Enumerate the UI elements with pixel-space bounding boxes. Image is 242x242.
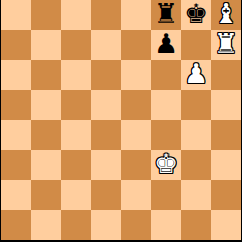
chess-board: ♜♚♝♟♜♟♚ xyxy=(1,0,241,240)
white-king-f3[interactable]: ♚ xyxy=(154,150,178,179)
square-f2[interactable] xyxy=(151,180,181,210)
square-e3[interactable] xyxy=(121,150,151,180)
square-d6[interactable] xyxy=(91,60,121,90)
square-d1[interactable] xyxy=(91,210,121,240)
square-b3[interactable] xyxy=(31,150,61,180)
square-b1[interactable] xyxy=(31,210,61,240)
square-b7[interactable] xyxy=(31,30,61,60)
square-h4[interactable] xyxy=(211,120,241,150)
square-c7[interactable] xyxy=(61,30,91,60)
square-h5[interactable] xyxy=(211,90,241,120)
square-g2[interactable] xyxy=(181,180,211,210)
square-g6[interactable]: ♟ xyxy=(181,60,211,90)
square-f1[interactable] xyxy=(151,210,181,240)
square-h2[interactable] xyxy=(211,180,241,210)
square-d7[interactable] xyxy=(91,30,121,60)
square-f8[interactable]: ♜ xyxy=(151,0,181,30)
square-e2[interactable] xyxy=(121,180,151,210)
square-e8[interactable] xyxy=(121,0,151,30)
square-g1[interactable] xyxy=(181,210,211,240)
white-bishop-h8[interactable]: ♝ xyxy=(214,0,238,29)
square-b2[interactable] xyxy=(31,180,61,210)
square-c5[interactable] xyxy=(61,90,91,120)
square-b6[interactable] xyxy=(31,60,61,90)
square-a1[interactable] xyxy=(1,210,31,240)
square-a8[interactable] xyxy=(1,0,31,30)
square-e5[interactable] xyxy=(121,90,151,120)
square-c6[interactable] xyxy=(61,60,91,90)
square-a6[interactable] xyxy=(1,60,31,90)
square-d5[interactable] xyxy=(91,90,121,120)
square-g5[interactable] xyxy=(181,90,211,120)
square-f7[interactable]: ♟ xyxy=(151,30,181,60)
square-h7[interactable]: ♜ xyxy=(211,30,241,60)
square-c8[interactable] xyxy=(61,0,91,30)
square-a2[interactable] xyxy=(1,180,31,210)
black-king-g8[interactable]: ♚ xyxy=(184,0,208,29)
square-c2[interactable] xyxy=(61,180,91,210)
square-c3[interactable] xyxy=(61,150,91,180)
square-e1[interactable] xyxy=(121,210,151,240)
square-h6[interactable] xyxy=(211,60,241,90)
black-pawn-f7[interactable]: ♟ xyxy=(154,30,178,59)
square-h3[interactable] xyxy=(211,150,241,180)
square-f3[interactable]: ♚ xyxy=(151,150,181,180)
black-rook-f8[interactable]: ♜ xyxy=(154,0,178,29)
square-d4[interactable] xyxy=(91,120,121,150)
square-c4[interactable] xyxy=(61,120,91,150)
white-pawn-g6[interactable]: ♟ xyxy=(184,60,208,89)
square-a7[interactable] xyxy=(1,30,31,60)
square-h8[interactable]: ♝ xyxy=(211,0,241,30)
square-a5[interactable] xyxy=(1,90,31,120)
square-e7[interactable] xyxy=(121,30,151,60)
square-h1[interactable] xyxy=(211,210,241,240)
square-g7[interactable] xyxy=(181,30,211,60)
square-e4[interactable] xyxy=(121,120,151,150)
square-g3[interactable] xyxy=(181,150,211,180)
square-f4[interactable] xyxy=(151,120,181,150)
square-c1[interactable] xyxy=(61,210,91,240)
white-rook-h7[interactable]: ♜ xyxy=(214,30,238,59)
square-d2[interactable] xyxy=(91,180,121,210)
square-b4[interactable] xyxy=(31,120,61,150)
square-f6[interactable] xyxy=(151,60,181,90)
square-e6[interactable] xyxy=(121,60,151,90)
chess-board-frame: ♜♚♝♟♜♟♚ xyxy=(0,0,242,242)
square-b5[interactable] xyxy=(31,90,61,120)
square-d3[interactable] xyxy=(91,150,121,180)
square-d8[interactable] xyxy=(91,0,121,30)
square-g8[interactable]: ♚ xyxy=(181,0,211,30)
square-a4[interactable] xyxy=(1,120,31,150)
square-a3[interactable] xyxy=(1,150,31,180)
square-g4[interactable] xyxy=(181,120,211,150)
square-b8[interactable] xyxy=(31,0,61,30)
square-f5[interactable] xyxy=(151,90,181,120)
